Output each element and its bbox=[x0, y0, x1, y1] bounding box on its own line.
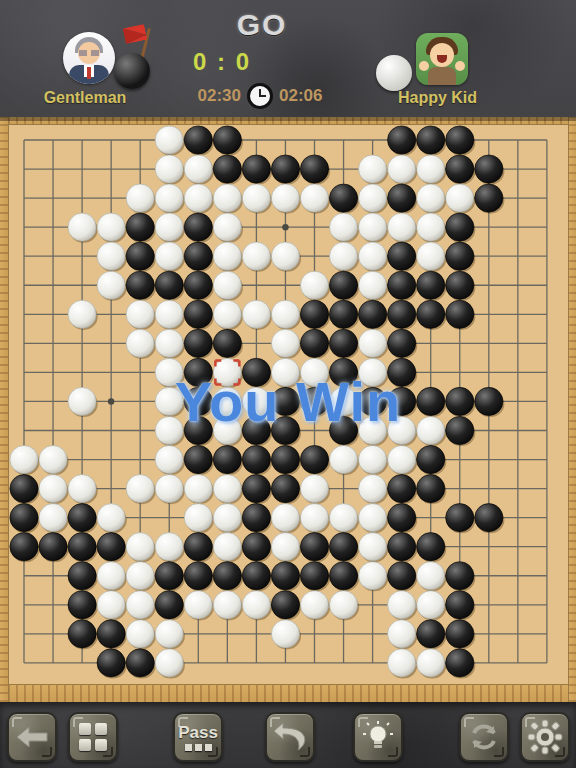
player-name-left: Gentleman bbox=[30, 89, 140, 107]
win-message: You Win bbox=[0, 369, 576, 434]
white-stone-icon bbox=[376, 55, 412, 91]
settings-button[interactable] bbox=[520, 712, 570, 762]
timer-row: 02:30 02:06 bbox=[190, 82, 330, 110]
back-arrow-icon bbox=[15, 725, 49, 749]
clock-icon bbox=[247, 83, 273, 109]
timer-right: 02:06 bbox=[279, 86, 322, 106]
undo-arrow-icon bbox=[273, 722, 307, 752]
toolbar: Pass bbox=[0, 702, 576, 768]
timer-left: 02:30 bbox=[198, 86, 241, 106]
avatar-right-player[interactable] bbox=[416, 33, 468, 85]
player-name-right: Happy Kid bbox=[385, 89, 490, 107]
go-board[interactable]: You Win bbox=[0, 117, 576, 702]
board-frame-bottom bbox=[0, 684, 576, 703]
avatar-left-player[interactable] bbox=[63, 32, 115, 84]
board-edge-shadow bbox=[0, 117, 576, 121]
score: 0 : 0 bbox=[162, 48, 282, 76]
pass-dots-icon bbox=[185, 744, 212, 751]
lightbulb-icon bbox=[361, 720, 395, 754]
refresh-button[interactable] bbox=[459, 712, 509, 762]
gear-icon bbox=[527, 719, 563, 755]
pass-button[interactable]: Pass bbox=[173, 712, 223, 762]
app-title: GO bbox=[232, 8, 292, 42]
avatar-tie bbox=[87, 67, 91, 79]
refresh-icon bbox=[467, 720, 501, 754]
pass-label: Pass bbox=[178, 724, 218, 742]
header: GO 0 : 0 02:30 02:06 Gentleman bbox=[0, 0, 576, 117]
avatar-glasses bbox=[79, 50, 99, 56]
undo-button[interactable] bbox=[265, 712, 315, 762]
black-stone-icon bbox=[114, 53, 150, 89]
hint-button[interactable] bbox=[353, 712, 403, 762]
moves-grid-button[interactable] bbox=[68, 712, 118, 762]
grid-squares-icon bbox=[79, 723, 107, 751]
go-app: GO 0 : 0 02:30 02:06 Gentleman bbox=[0, 0, 576, 768]
back-button[interactable] bbox=[7, 712, 57, 762]
